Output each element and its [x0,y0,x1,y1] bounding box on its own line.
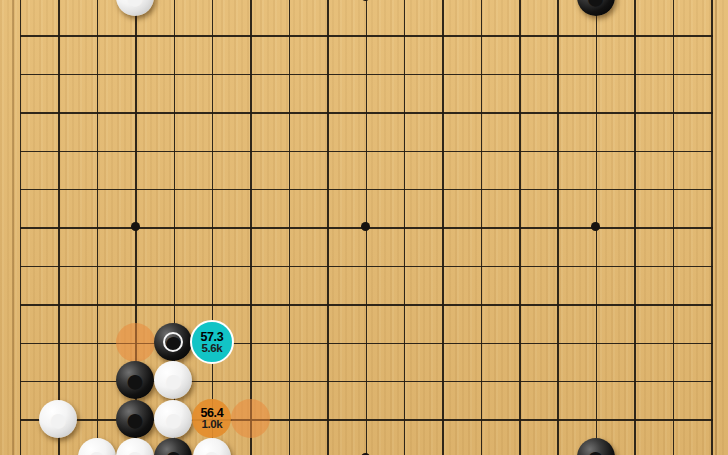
go-board[interactable]: 57.3 5.6k 56.4 1.0k ●●●●●●●●●●●●● [0,0,728,455]
best-move-visits: 5.6k [201,343,222,354]
ghost-suggestion-circle[interactable] [231,399,270,438]
star-point [131,222,140,231]
black-stone: ● [116,400,154,438]
white-stone: ● [78,438,116,455]
white-stone: ● [154,400,192,438]
white-stone: ● [39,400,77,438]
white-stone: ● [193,438,231,455]
best-move-suggestion[interactable]: 57.3 5.6k [190,320,234,364]
best-move-winrate: 57.3 [200,331,223,343]
star-point [361,0,370,1]
white-stone: ● [116,0,154,16]
last-move-marker [163,332,183,352]
ghost-suggestion-circle[interactable] [116,323,155,362]
black-stone: ● [577,0,615,16]
star-point [591,222,600,231]
black-stone: ● [154,323,192,361]
black-stone: ● [154,438,192,455]
star-point [361,222,370,231]
alt-move-visits: 1.0k [201,419,222,430]
black-stone: ● [116,361,154,399]
black-stone: ● [577,438,615,455]
white-stone: ● [116,438,154,455]
board-intersections[interactable]: 57.3 5.6k 56.4 1.0k ●●●●●●●●●●●●● [1,0,728,455]
white-stone: ● [154,361,192,399]
alt-move-suggestion[interactable]: 56.4 1.0k [192,399,231,438]
